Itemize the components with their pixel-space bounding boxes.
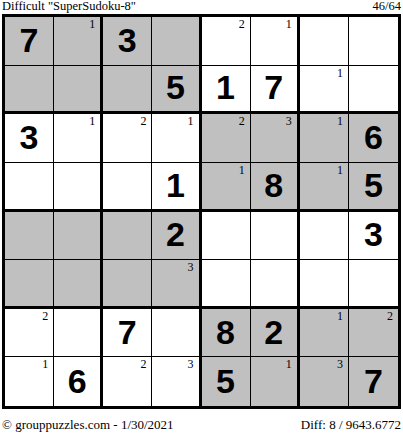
given-digit: 1: [166, 168, 185, 202]
cell-r4c4: 1: [152, 163, 201, 212]
pencil-mark: 1: [89, 18, 95, 31]
given-digit: 2: [264, 315, 283, 349]
cell-r5c2: [54, 212, 103, 261]
given-digit: 2: [166, 217, 185, 251]
cell-r2c1: [5, 66, 54, 115]
cell-r5c4: 2: [152, 212, 201, 261]
cell-r1c6: 1: [251, 17, 300, 66]
page-header: Difficult "SuperSudoku-8" 46/64: [0, 0, 403, 14]
cell-r8c4: 3: [152, 357, 201, 406]
cell-r3c5: 2: [202, 114, 251, 163]
cell-r5c3: [103, 212, 152, 261]
pencil-mark: 1: [286, 18, 292, 31]
given-digit: 6: [364, 120, 383, 154]
pencil-mark: 1: [337, 67, 343, 80]
cell-r2c8: [349, 66, 398, 115]
given-digit: 8: [216, 315, 235, 349]
cell-r7c4: [152, 309, 201, 358]
cell-r1c3: 3: [103, 17, 152, 66]
cell-r8c5: 5: [202, 357, 251, 406]
given-digit: 1: [216, 70, 235, 104]
pencil-mark: 3: [337, 358, 343, 371]
cell-r8c2: 6: [54, 357, 103, 406]
pencil-mark: 1: [89, 115, 95, 128]
pencil-mark: 2: [42, 310, 48, 323]
cell-r7c3: 7: [103, 309, 152, 358]
pencil-mark: 2: [239, 115, 245, 128]
cell-r7c1: 2: [5, 309, 54, 358]
cell-r1c1: 7: [5, 17, 54, 66]
cell-r7c5: 8: [202, 309, 251, 358]
cell-r4c5: 1: [202, 163, 251, 212]
given-digit: 7: [264, 70, 283, 104]
cell-r7c2: [54, 309, 103, 358]
cell-r3c3: 2: [103, 114, 152, 163]
pencil-mark: 1: [337, 164, 343, 177]
cell-r3c8: 6: [349, 114, 398, 163]
cell-r2c5: 1: [202, 66, 251, 115]
cell-r2c2: [54, 66, 103, 115]
cell-r6c1: [5, 260, 54, 309]
cell-r4c3: [103, 163, 152, 212]
cell-r3c4: 1: [152, 114, 201, 163]
cell-r6c6: [251, 260, 300, 309]
pencil-mark: 1: [337, 115, 343, 128]
cell-r1c7: [300, 17, 349, 66]
cell-r3c2: 1: [54, 114, 103, 163]
cell-r6c4: 3: [152, 260, 201, 309]
given-digit: 8: [264, 168, 283, 202]
cell-r5c1: [5, 212, 54, 261]
cell-r7c8: 2: [349, 309, 398, 358]
cell-r5c5: [202, 212, 251, 261]
sudoku-board: 713215171312123161181523327821216235137: [2, 14, 401, 409]
cell-r1c4: [152, 17, 201, 66]
pencil-mark: 2: [387, 310, 393, 323]
cell-r8c8: 7: [349, 357, 398, 406]
cell-r1c5: 2: [202, 17, 251, 66]
given-digit: 5: [216, 364, 235, 398]
given-digit: 3: [20, 120, 39, 154]
pencil-mark: 2: [239, 18, 245, 31]
cell-r4c2: [54, 163, 103, 212]
cell-r6c3: [103, 260, 152, 309]
cell-r3c7: 1: [300, 114, 349, 163]
page-footer: © grouppuzzles.com - 1/30/2021 Diff: 8 /…: [0, 417, 403, 433]
copyright-text: © grouppuzzles.com - 1/30/2021: [2, 417, 174, 433]
pencil-mark: 1: [188, 115, 194, 128]
cell-r8c1: 1: [5, 357, 54, 406]
puzzle-page: Difficult "SuperSudoku-8" 46/64 71321517…: [0, 0, 403, 437]
pencil-mark: 3: [188, 261, 194, 274]
pencil-mark: 1: [239, 164, 245, 177]
cell-r1c8: [349, 17, 398, 66]
cell-r6c8: [349, 260, 398, 309]
pencil-mark: 1: [42, 358, 48, 371]
cell-r2c3: [103, 66, 152, 115]
cell-r4c7: 1: [300, 163, 349, 212]
cell-r7c7: 1: [300, 309, 349, 358]
cell-r4c8: 5: [349, 163, 398, 212]
given-digit: 6: [68, 364, 87, 398]
difficulty-text: Diff: 8 / 9643.6772: [301, 417, 401, 433]
cell-r6c7: [300, 260, 349, 309]
cell-r2c7: 1: [300, 66, 349, 115]
cell-r5c8: 3: [349, 212, 398, 261]
puzzle-title: Difficult "SuperSudoku-8": [2, 0, 136, 13]
given-digit: 7: [364, 364, 383, 398]
cell-r2c4: 5: [152, 66, 201, 115]
cell-r8c6: 1: [251, 357, 300, 406]
pencil-mark: 3: [188, 358, 194, 371]
cell-r7c6: 2: [251, 309, 300, 358]
puzzle-counter: 46/64: [373, 0, 401, 13]
cell-r3c6: 3: [251, 114, 300, 163]
pencil-mark: 1: [286, 358, 292, 371]
cell-r3c1: 3: [5, 114, 54, 163]
cell-r4c6: 8: [251, 163, 300, 212]
pencil-mark: 2: [140, 358, 146, 371]
pencil-mark: 1: [337, 310, 343, 323]
given-digit: 7: [118, 315, 137, 349]
cell-r5c7: [300, 212, 349, 261]
pencil-mark: 2: [140, 115, 146, 128]
pencil-mark: 3: [286, 115, 292, 128]
cell-r1c2: 1: [54, 17, 103, 66]
cell-r6c5: [202, 260, 251, 309]
cell-r2c6: 7: [251, 66, 300, 115]
given-digit: 5: [166, 70, 185, 104]
cell-r8c3: 2: [103, 357, 152, 406]
given-digit: 7: [20, 23, 39, 57]
cell-r8c7: 3: [300, 357, 349, 406]
cell-r4c1: [5, 163, 54, 212]
cell-r5c6: [251, 212, 300, 261]
given-digit: 5: [364, 168, 383, 202]
cell-r6c2: [54, 260, 103, 309]
given-digit: 3: [118, 23, 137, 57]
given-digit: 3: [364, 217, 383, 251]
